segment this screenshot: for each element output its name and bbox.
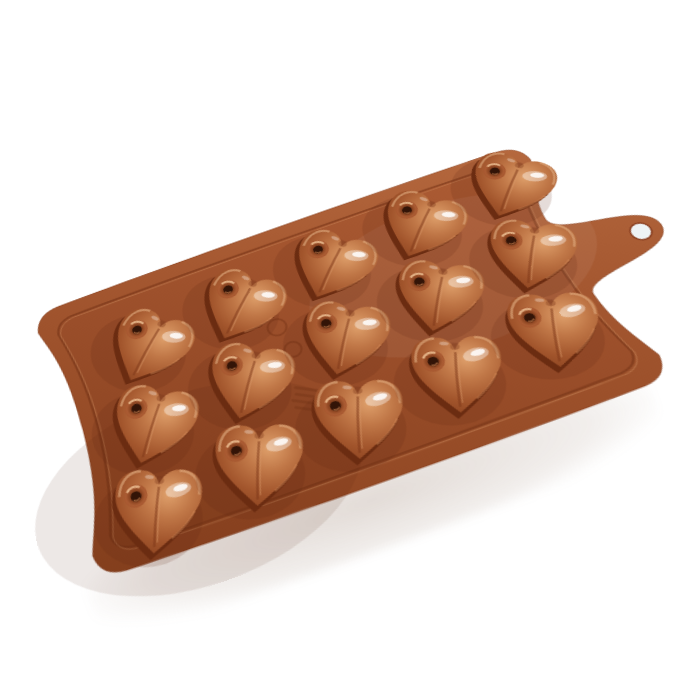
product-photo: [0, 0, 700, 700]
